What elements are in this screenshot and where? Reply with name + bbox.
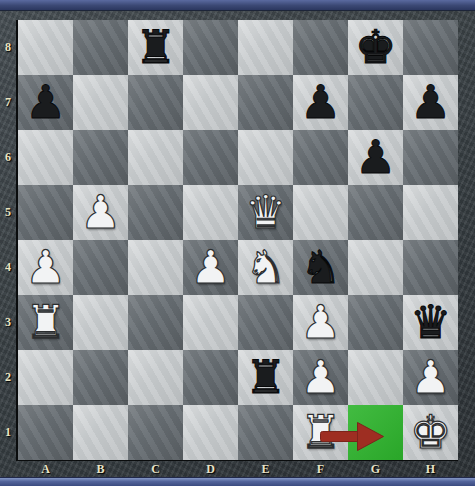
square-h6[interactable]: [403, 130, 458, 185]
piece-black-pawn-f7[interactable]: ♟: [300, 75, 341, 130]
square-h1[interactable]: ♚: [403, 405, 458, 460]
file-label-B: B: [73, 461, 128, 478]
file-label-D: D: [183, 461, 238, 478]
square-b7[interactable]: [73, 75, 128, 130]
square-c2[interactable]: [128, 350, 183, 405]
piece-white-rook-f1[interactable]: ♜: [300, 405, 341, 460]
square-f7[interactable]: ♟: [293, 75, 348, 130]
square-a5[interactable]: [18, 185, 73, 240]
square-b1[interactable]: [73, 405, 128, 460]
square-d3[interactable]: [183, 295, 238, 350]
square-f3[interactable]: ♟: [293, 295, 348, 350]
square-d7[interactable]: [183, 75, 238, 130]
square-d4[interactable]: ♟: [183, 240, 238, 295]
file-label-F: F: [293, 461, 348, 478]
square-b5[interactable]: ♟: [73, 185, 128, 240]
square-e1[interactable]: [238, 405, 293, 460]
square-f4[interactable]: ♞: [293, 240, 348, 295]
piece-white-pawn-f2[interactable]: ♟: [300, 350, 341, 405]
square-g6[interactable]: ♟: [348, 130, 403, 185]
square-b2[interactable]: [73, 350, 128, 405]
rank-label-6: 6: [0, 130, 16, 185]
piece-black-pawn-g6[interactable]: ♟: [355, 130, 396, 185]
piece-black-knight-f4[interactable]: ♞: [300, 240, 341, 295]
square-e4[interactable]: ♞: [238, 240, 293, 295]
square-e8[interactable]: [238, 20, 293, 75]
piece-black-king-g8[interactable]: ♚: [355, 20, 396, 75]
file-label-E: E: [238, 461, 293, 478]
piece-white-pawn-d4[interactable]: ♟: [190, 240, 231, 295]
square-c6[interactable]: [128, 130, 183, 185]
file-labels: ABCDEFGH: [18, 461, 458, 478]
file-label-G: G: [348, 461, 403, 478]
square-d2[interactable]: [183, 350, 238, 405]
piece-black-pawn-h7[interactable]: ♟: [410, 75, 451, 130]
square-g3[interactable]: [348, 295, 403, 350]
square-f6[interactable]: [293, 130, 348, 185]
piece-black-rook-c8[interactable]: ♜: [135, 20, 176, 75]
piece-white-pawn-a4[interactable]: ♟: [25, 240, 66, 295]
piece-black-rook-e2[interactable]: ♜: [245, 350, 286, 405]
piece-black-queen-h3[interactable]: ♛: [410, 295, 451, 350]
window-bottom-bar: [0, 477, 475, 486]
piece-white-king-h1[interactable]: ♚: [410, 405, 451, 460]
square-e7[interactable]: [238, 75, 293, 130]
square-b8[interactable]: [73, 20, 128, 75]
square-h3[interactable]: ♛: [403, 295, 458, 350]
square-c4[interactable]: [128, 240, 183, 295]
piece-white-knight-e4[interactable]: ♞: [245, 240, 286, 295]
rank-label-3: 3: [0, 295, 16, 350]
rank-labels: 87654321: [0, 20, 16, 460]
square-d1[interactable]: [183, 405, 238, 460]
rank-label-4: 4: [0, 240, 16, 295]
square-f8[interactable]: [293, 20, 348, 75]
square-h7[interactable]: ♟: [403, 75, 458, 130]
square-a2[interactable]: [18, 350, 73, 405]
piece-white-pawn-b5[interactable]: ♟: [80, 185, 121, 240]
square-c3[interactable]: [128, 295, 183, 350]
square-g2[interactable]: [348, 350, 403, 405]
square-b3[interactable]: [73, 295, 128, 350]
square-h2[interactable]: ♟: [403, 350, 458, 405]
square-h5[interactable]: [403, 185, 458, 240]
square-a8[interactable]: [18, 20, 73, 75]
square-d6[interactable]: [183, 130, 238, 185]
piece-white-queen-e5[interactable]: ♛: [245, 185, 286, 240]
square-e6[interactable]: [238, 130, 293, 185]
rank-label-1: 1: [0, 405, 16, 460]
square-a3[interactable]: ♜: [18, 295, 73, 350]
square-a4[interactable]: ♟: [18, 240, 73, 295]
square-e3[interactable]: [238, 295, 293, 350]
square-g8[interactable]: ♚: [348, 20, 403, 75]
square-g5[interactable]: [348, 185, 403, 240]
piece-white-rook-a3[interactable]: ♜: [25, 295, 66, 350]
square-c7[interactable]: [128, 75, 183, 130]
square-f2[interactable]: ♟: [293, 350, 348, 405]
square-e5[interactable]: ♛: [238, 185, 293, 240]
square-b6[interactable]: [73, 130, 128, 185]
square-a1[interactable]: [18, 405, 73, 460]
square-f1[interactable]: ♜: [293, 405, 348, 460]
square-a6[interactable]: [18, 130, 73, 185]
square-b4[interactable]: [73, 240, 128, 295]
file-label-A: A: [18, 461, 73, 478]
file-label-C: C: [128, 461, 183, 478]
square-e2[interactable]: ♜: [238, 350, 293, 405]
rank-label-8: 8: [0, 20, 16, 75]
rank-label-2: 2: [0, 350, 16, 405]
rank-label-7: 7: [0, 75, 16, 130]
square-c5[interactable]: [128, 185, 183, 240]
square-h8[interactable]: [403, 20, 458, 75]
file-label-H: H: [403, 461, 458, 478]
window-top-bar: [0, 0, 475, 11]
square-c8[interactable]: ♜: [128, 20, 183, 75]
square-g7[interactable]: [348, 75, 403, 130]
square-g4[interactable]: [348, 240, 403, 295]
square-d5[interactable]: [183, 185, 238, 240]
square-d8[interactable]: [183, 20, 238, 75]
square-h4[interactable]: [403, 240, 458, 295]
rank-label-5: 5: [0, 185, 16, 240]
square-c1[interactable]: [128, 405, 183, 460]
chess-board-window: 87654321 ♜♚♟♟♟♟♟♛♟♟♞♞♜♟♛♜♟♟♜♚ ABCDEFGH: [0, 0, 475, 486]
piece-black-pawn-a7[interactable]: ♟: [25, 75, 66, 130]
chess-board[interactable]: ♜♚♟♟♟♟♟♛♟♟♞♞♜♟♛♜♟♟♜♚: [16, 20, 458, 461]
piece-white-pawn-h2[interactable]: ♟: [410, 350, 451, 405]
square-g1[interactable]: [348, 405, 403, 460]
square-a7[interactable]: ♟: [18, 75, 73, 130]
square-f5[interactable]: [293, 185, 348, 240]
piece-white-pawn-f3[interactable]: ♟: [300, 295, 341, 350]
